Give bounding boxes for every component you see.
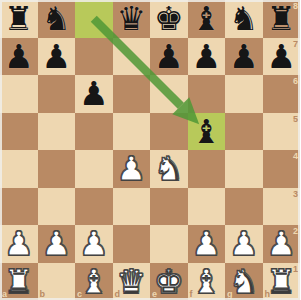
white-pawn-f2[interactable]: ♟ — [191, 225, 221, 263]
square-g4[interactable] — [225, 150, 263, 188]
square-b2[interactable]: ♟ — [38, 225, 76, 263]
square-c6[interactable]: ♟ — [75, 75, 113, 113]
square-b3[interactable] — [38, 188, 76, 226]
file-label-b: b — [40, 289, 46, 299]
black-bishop-f5[interactable]: ♝ — [191, 113, 221, 151]
square-f3[interactable] — [188, 188, 226, 226]
black-king-e8[interactable]: ♚ — [154, 0, 184, 38]
rank-label-6: 6 — [293, 76, 298, 86]
square-b1[interactable]: b — [38, 263, 76, 300]
square-d8[interactable]: ♛ — [113, 0, 151, 38]
square-c8[interactable] — [75, 0, 113, 38]
square-g7[interactable]: ♟ — [225, 38, 263, 76]
square-a3[interactable] — [0, 188, 38, 226]
black-pawn-g7[interactable]: ♟ — [229, 38, 259, 76]
rank-label-4: 4 — [293, 151, 298, 161]
square-f8[interactable]: ♝ — [188, 0, 226, 38]
square-e6[interactable] — [150, 75, 188, 113]
square-h8[interactable]: ♜8 — [263, 0, 301, 38]
square-g8[interactable]: ♞ — [225, 0, 263, 38]
square-e2[interactable] — [150, 225, 188, 263]
black-pawn-f7[interactable]: ♟ — [191, 38, 221, 76]
white-pawn-b2[interactable]: ♟ — [41, 225, 71, 263]
square-f1[interactable]: ♝f — [188, 263, 226, 300]
square-g5[interactable] — [225, 113, 263, 151]
square-f4[interactable] — [188, 150, 226, 188]
square-e7[interactable]: ♟ — [150, 38, 188, 76]
square-c1[interactable]: ♝c — [75, 263, 113, 300]
square-g1[interactable]: ♞g — [225, 263, 263, 300]
black-bishop-f8[interactable]: ♝ — [191, 0, 221, 38]
white-bishop-c1[interactable]: ♝ — [79, 263, 109, 300]
square-e8[interactable]: ♚ — [150, 0, 188, 38]
square-a8[interactable]: ♜ — [0, 0, 38, 38]
square-d5[interactable] — [113, 113, 151, 151]
square-c3[interactable] — [75, 188, 113, 226]
square-e5[interactable] — [150, 113, 188, 151]
black-knight-g8[interactable]: ♞ — [229, 0, 259, 38]
chess-board: ♜♞♛♚♝♞♜8♟♟♟♟♟♟7♟6♝5♟♞43♟♟♟♟♟♟2♜ab♝c♛d♚e♝… — [0, 0, 300, 300]
square-c2[interactable]: ♟ — [75, 225, 113, 263]
white-bishop-f1[interactable]: ♝ — [191, 263, 221, 300]
square-d1[interactable]: ♛d — [113, 263, 151, 300]
square-c4[interactable] — [75, 150, 113, 188]
square-h2[interactable]: ♟2 — [263, 225, 301, 263]
square-h7[interactable]: ♟7 — [263, 38, 301, 76]
square-h5[interactable]: 5 — [263, 113, 301, 151]
white-queen-d1[interactable]: ♛ — [116, 263, 146, 300]
white-pawn-h2[interactable]: ♟ — [266, 225, 296, 263]
black-pawn-b7[interactable]: ♟ — [41, 38, 71, 76]
square-g6[interactable] — [225, 75, 263, 113]
white-pawn-c2[interactable]: ♟ — [79, 225, 109, 263]
square-d7[interactable] — [113, 38, 151, 76]
white-knight-g1[interactable]: ♞ — [229, 263, 259, 300]
square-f5[interactable]: ♝ — [188, 113, 226, 151]
square-e4[interactable]: ♞ — [150, 150, 188, 188]
black-queen-d8[interactable]: ♛ — [116, 0, 146, 38]
square-f6[interactable] — [188, 75, 226, 113]
black-pawn-e7[interactable]: ♟ — [154, 38, 184, 76]
black-pawn-a7[interactable]: ♟ — [4, 38, 34, 76]
square-h6[interactable]: 6 — [263, 75, 301, 113]
square-b4[interactable] — [38, 150, 76, 188]
square-b6[interactable] — [38, 75, 76, 113]
square-d2[interactable] — [113, 225, 151, 263]
square-h3[interactable]: 3 — [263, 188, 301, 226]
square-c7[interactable] — [75, 38, 113, 76]
square-f7[interactable]: ♟ — [188, 38, 226, 76]
black-rook-h8[interactable]: ♜ — [266, 0, 296, 38]
black-pawn-c6[interactable]: ♟ — [79, 75, 109, 113]
rank-label-3: 3 — [293, 189, 298, 199]
square-c5[interactable] — [75, 113, 113, 151]
white-rook-h1[interactable]: ♜ — [266, 263, 296, 300]
white-pawn-g2[interactable]: ♟ — [229, 225, 259, 263]
square-a7[interactable]: ♟ — [0, 38, 38, 76]
black-pawn-h7[interactable]: ♟ — [266, 38, 296, 76]
white-pawn-a2[interactable]: ♟ — [4, 225, 34, 263]
square-b8[interactable]: ♞ — [38, 0, 76, 38]
square-d6[interactable] — [113, 75, 151, 113]
square-g3[interactable] — [225, 188, 263, 226]
square-a6[interactable] — [0, 75, 38, 113]
square-d3[interactable] — [113, 188, 151, 226]
square-e3[interactable] — [150, 188, 188, 226]
square-a1[interactable]: ♜a — [0, 263, 38, 300]
square-a4[interactable] — [0, 150, 38, 188]
square-f2[interactable]: ♟ — [188, 225, 226, 263]
square-g2[interactable]: ♟ — [225, 225, 263, 263]
black-knight-b8[interactable]: ♞ — [41, 0, 71, 38]
square-h1[interactable]: ♜h1 — [263, 263, 301, 300]
chess-board-panel: ♜♞♛♚♝♞♜8♟♟♟♟♟♟7♟6♝5♟♞43♟♟♟♟♟♟2♜ab♝c♛d♚e♝… — [0, 0, 300, 300]
white-knight-e4[interactable]: ♞ — [154, 150, 184, 188]
white-rook-a1[interactable]: ♜ — [4, 263, 34, 300]
white-pawn-d4[interactable]: ♟ — [116, 150, 146, 188]
white-king-e1[interactable]: ♚ — [154, 263, 184, 300]
square-a5[interactable] — [0, 113, 38, 151]
rank-label-5: 5 — [293, 114, 298, 124]
square-a2[interactable]: ♟ — [0, 225, 38, 263]
square-b5[interactable] — [38, 113, 76, 151]
square-b7[interactable]: ♟ — [38, 38, 76, 76]
square-e1[interactable]: ♚e — [150, 263, 188, 300]
black-rook-a8[interactable]: ♜ — [4, 0, 34, 38]
square-d4[interactable]: ♟ — [113, 150, 151, 188]
square-h4[interactable]: 4 — [263, 150, 301, 188]
